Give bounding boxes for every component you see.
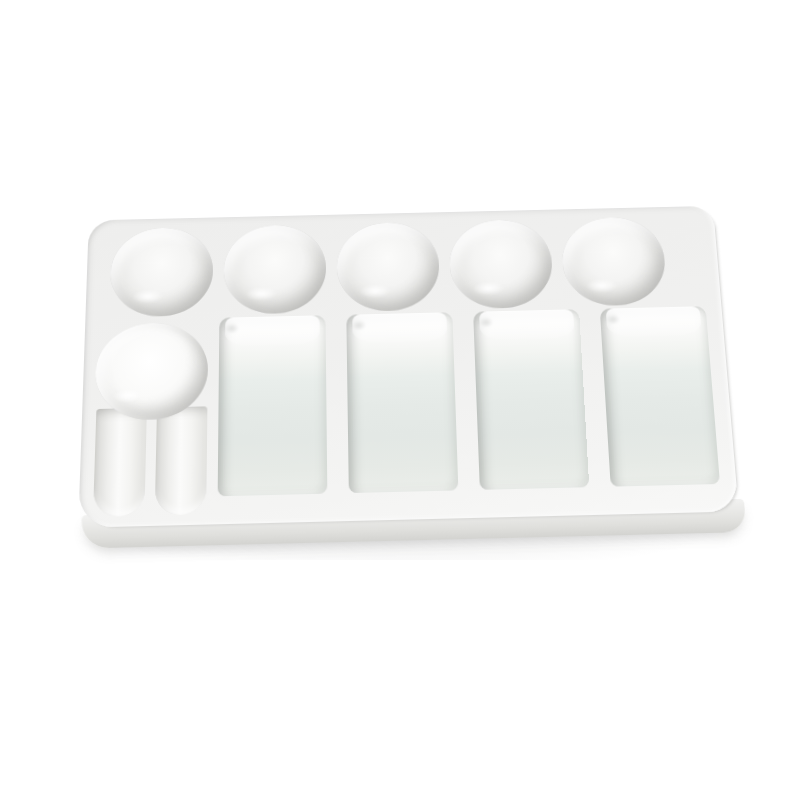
round-well-1 — [109, 227, 213, 318]
round-well-3 — [336, 222, 440, 312]
product-photo-scene — [0, 0, 800, 800]
brush-groove-2 — [155, 406, 208, 515]
rect-well-2 — [346, 312, 458, 493]
well-backwall-highlight — [606, 306, 702, 339]
round-well-2 — [223, 224, 326, 315]
brush-groove-1 — [93, 408, 147, 517]
well-backwall-highlight — [353, 312, 447, 345]
round-well-4 — [448, 219, 554, 309]
rect-well-3 — [473, 309, 589, 490]
rect-well-row — [218, 306, 720, 496]
well-backwall-highlight — [225, 315, 319, 348]
round-well-row — [109, 216, 668, 317]
palette-tray-wrap — [78, 206, 739, 528]
rect-well-1 — [218, 315, 328, 496]
rect-well-4 — [600, 306, 720, 486]
palette-tray — [78, 206, 739, 528]
round-well-5 — [560, 216, 668, 306]
well-backwall-highlight — [479, 309, 574, 342]
